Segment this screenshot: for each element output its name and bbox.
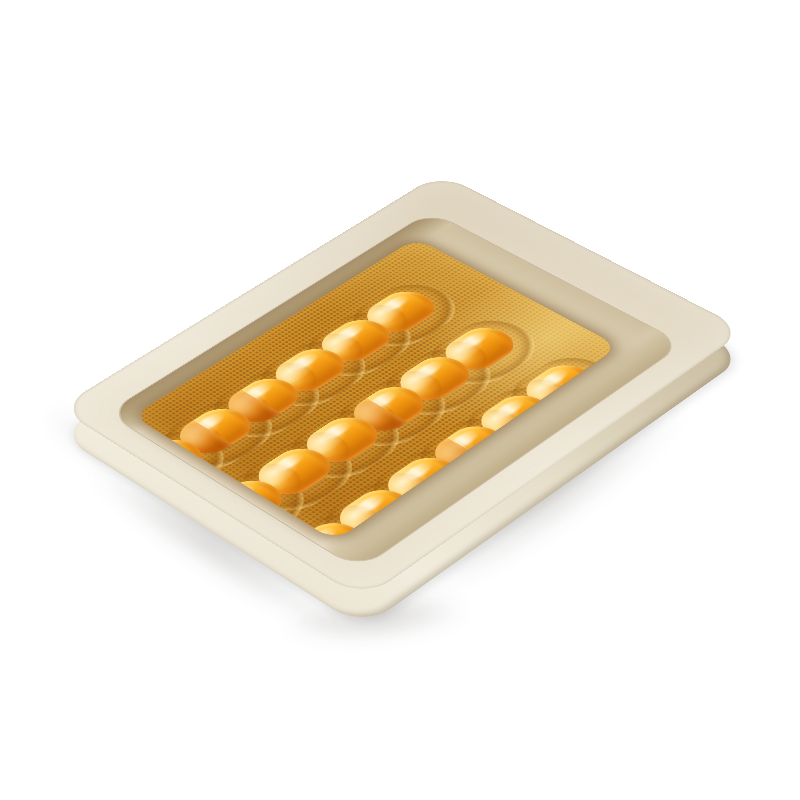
capsule-gloss — [142, 441, 181, 466]
product-photo-stage: Beige molded-pulp packaging tray holding… — [0, 0, 800, 800]
capsule-gloss — [220, 482, 259, 508]
capsule-gloss — [302, 524, 342, 541]
